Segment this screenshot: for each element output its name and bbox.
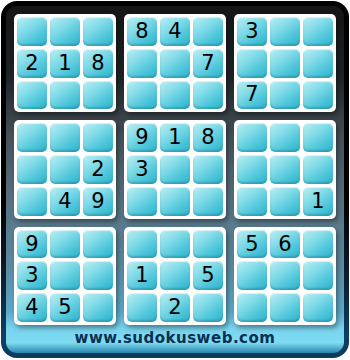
cell-r5c5[interactable] bbox=[160, 155, 190, 184]
cell-r7c5[interactable] bbox=[160, 230, 190, 259]
cell-r3c4[interactable] bbox=[127, 81, 157, 110]
cell-r5c3[interactable]: 2 bbox=[83, 155, 113, 184]
cell-r6c2[interactable]: 4 bbox=[50, 187, 80, 216]
cell-r4c8[interactable] bbox=[270, 123, 300, 152]
cell-r2c2[interactable]: 1 bbox=[50, 49, 80, 78]
cell-r6c7[interactable] bbox=[237, 187, 267, 216]
cell-r4c6[interactable]: 8 bbox=[193, 123, 223, 152]
cell-r4c7[interactable] bbox=[237, 123, 267, 152]
cell-r6c1[interactable] bbox=[17, 187, 47, 216]
cell-r2c3[interactable]: 8 bbox=[83, 49, 113, 78]
cell-r5c7[interactable] bbox=[237, 155, 267, 184]
cell-r2c7[interactable] bbox=[237, 49, 267, 78]
cell-r5c1[interactable] bbox=[17, 155, 47, 184]
cell-r7c4[interactable] bbox=[127, 230, 157, 259]
cell-r1c6[interactable] bbox=[193, 17, 223, 46]
cell-r3c2[interactable] bbox=[50, 81, 80, 110]
sudoku-grid: 2188473724991831934515256 bbox=[6, 6, 344, 325]
box-7: 9345 bbox=[14, 227, 116, 325]
cell-r1c1[interactable] bbox=[17, 17, 47, 46]
cell-r8c9[interactable] bbox=[303, 261, 333, 290]
cell-r8c8[interactable] bbox=[270, 261, 300, 290]
cell-r7c9[interactable] bbox=[303, 230, 333, 259]
website-link[interactable]: www.sudokusweb.com bbox=[75, 329, 276, 347]
cell-r3c1[interactable] bbox=[17, 81, 47, 110]
cell-r7c7[interactable]: 5 bbox=[237, 230, 267, 259]
box-1: 218 bbox=[14, 14, 116, 112]
cell-r1c9[interactable] bbox=[303, 17, 333, 46]
cell-r9c8[interactable] bbox=[270, 293, 300, 322]
cell-r9c5[interactable]: 2 bbox=[160, 293, 190, 322]
cell-r4c5[interactable]: 1 bbox=[160, 123, 190, 152]
cell-r5c9[interactable] bbox=[303, 155, 333, 184]
cell-r9c1[interactable]: 4 bbox=[17, 293, 47, 322]
cell-r4c1[interactable] bbox=[17, 123, 47, 152]
cell-r3c6[interactable] bbox=[193, 81, 223, 110]
cell-r2c1[interactable]: 2 bbox=[17, 49, 47, 78]
footer-bar: www.sudokusweb.com bbox=[6, 325, 344, 353]
cell-r1c3[interactable] bbox=[83, 17, 113, 46]
cell-r2c9[interactable] bbox=[303, 49, 333, 78]
cell-r8c7[interactable] bbox=[237, 261, 267, 290]
cell-r7c1[interactable]: 9 bbox=[17, 230, 47, 259]
cell-r5c8[interactable] bbox=[270, 155, 300, 184]
box-5: 9183 bbox=[124, 120, 226, 218]
cell-r1c8[interactable] bbox=[270, 17, 300, 46]
cell-r6c6[interactable] bbox=[193, 187, 223, 216]
cell-r5c4[interactable]: 3 bbox=[127, 155, 157, 184]
board-plate: 2188473724991831934515256 www.sudokusweb… bbox=[6, 6, 344, 353]
cell-r8c5[interactable] bbox=[160, 261, 190, 290]
cell-r5c2[interactable] bbox=[50, 155, 80, 184]
cell-r6c9[interactable]: 1 bbox=[303, 187, 333, 216]
box-6: 1 bbox=[234, 120, 336, 218]
cell-r1c2[interactable] bbox=[50, 17, 80, 46]
cell-r4c4[interactable]: 9 bbox=[127, 123, 157, 152]
cell-r1c4[interactable]: 8 bbox=[127, 17, 157, 46]
cell-r6c3[interactable]: 9 bbox=[83, 187, 113, 216]
cell-r4c2[interactable] bbox=[50, 123, 80, 152]
sudoku-board-frame: 2188473724991831934515256 www.sudokusweb… bbox=[1, 1, 349, 358]
cell-r4c9[interactable] bbox=[303, 123, 333, 152]
cell-r1c7[interactable]: 3 bbox=[237, 17, 267, 46]
cell-r5c6[interactable] bbox=[193, 155, 223, 184]
box-2: 847 bbox=[124, 14, 226, 112]
cell-r4c3[interactable] bbox=[83, 123, 113, 152]
cell-r9c4[interactable] bbox=[127, 293, 157, 322]
cell-r3c9[interactable] bbox=[303, 81, 333, 110]
cell-r3c7[interactable]: 7 bbox=[237, 81, 267, 110]
box-3: 37 bbox=[234, 14, 336, 112]
cell-r8c3[interactable] bbox=[83, 261, 113, 290]
cell-r7c6[interactable] bbox=[193, 230, 223, 259]
cell-r9c7[interactable] bbox=[237, 293, 267, 322]
cell-r2c6[interactable]: 7 bbox=[193, 49, 223, 78]
box-8: 152 bbox=[124, 227, 226, 325]
cell-r2c4[interactable] bbox=[127, 49, 157, 78]
box-4: 249 bbox=[14, 120, 116, 218]
cell-r8c2[interactable] bbox=[50, 261, 80, 290]
cell-r7c3[interactable] bbox=[83, 230, 113, 259]
cell-r1c5[interactable]: 4 bbox=[160, 17, 190, 46]
cell-r8c4[interactable]: 1 bbox=[127, 261, 157, 290]
cell-r9c3[interactable] bbox=[83, 293, 113, 322]
cell-r2c5[interactable] bbox=[160, 49, 190, 78]
cell-r8c1[interactable]: 3 bbox=[17, 261, 47, 290]
cell-r8c6[interactable]: 5 bbox=[193, 261, 223, 290]
cell-r3c5[interactable] bbox=[160, 81, 190, 110]
box-9: 56 bbox=[234, 227, 336, 325]
cell-r6c4[interactable] bbox=[127, 187, 157, 216]
cell-r3c3[interactable] bbox=[83, 81, 113, 110]
cell-r7c8[interactable]: 6 bbox=[270, 230, 300, 259]
cell-r6c8[interactable] bbox=[270, 187, 300, 216]
cell-r9c9[interactable] bbox=[303, 293, 333, 322]
cell-r7c2[interactable] bbox=[50, 230, 80, 259]
cell-r9c2[interactable]: 5 bbox=[50, 293, 80, 322]
cell-r6c5[interactable] bbox=[160, 187, 190, 216]
cell-r2c8[interactable] bbox=[270, 49, 300, 78]
cell-r3c8[interactable] bbox=[270, 81, 300, 110]
cell-r9c6[interactable] bbox=[193, 293, 223, 322]
